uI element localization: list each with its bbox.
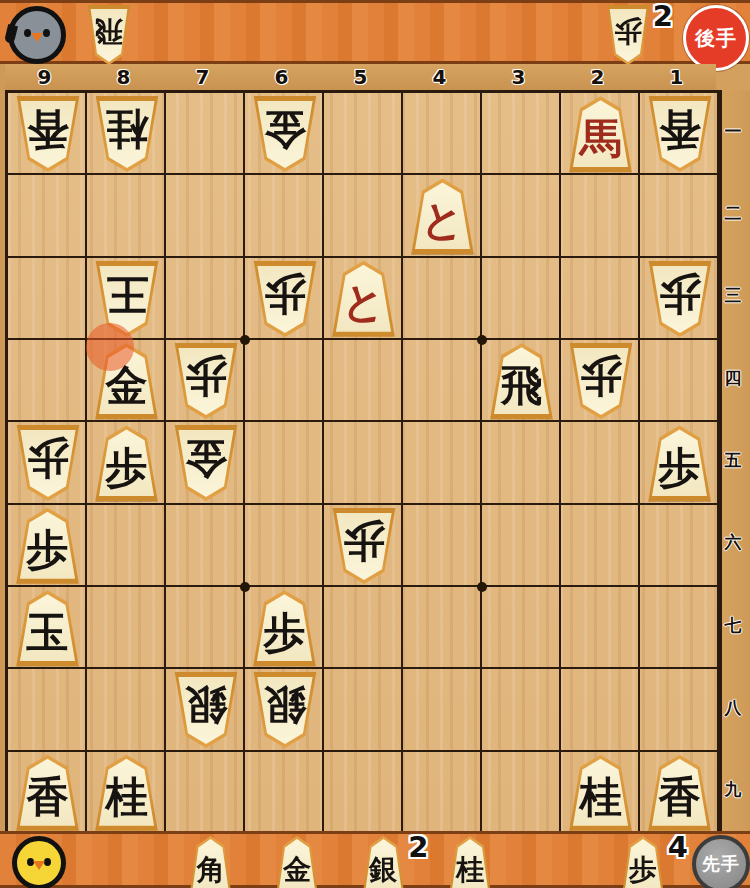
piece-glyph: 銀 — [251, 672, 319, 748]
piece-glyph: 飛 — [86, 5, 132, 65]
piece-歩-gote[interactable]: 歩 — [251, 261, 319, 337]
hoshi-dot — [240, 335, 250, 345]
piece-glyph: 歩 — [14, 425, 82, 501]
sente-hand-桂[interactable]: 桂 — [447, 836, 493, 888]
file-label-7: 7 — [163, 64, 242, 90]
square-45[interactable] — [403, 422, 482, 504]
sente-hand-歩[interactable]: 歩4 — [620, 836, 666, 888]
gote-avatar — [8, 6, 66, 64]
square-31[interactable] — [482, 93, 561, 175]
piece-金-gote[interactable]: 金 — [251, 96, 319, 172]
piece-glyph: と — [409, 178, 477, 254]
piece-glyph: 金 — [172, 425, 240, 501]
square-17[interactable] — [640, 587, 719, 669]
square-34[interactable]: 飛 — [482, 340, 561, 422]
square-79[interactable] — [166, 752, 245, 834]
square-47[interactable] — [403, 587, 482, 669]
piece-glyph: 金 — [93, 343, 161, 419]
piece-王-gote[interactable]: 王 — [93, 261, 161, 337]
square-87[interactable] — [87, 587, 166, 669]
sente-hand-銀[interactable]: 銀2 — [361, 836, 407, 888]
square-78[interactable]: 銀 — [166, 669, 245, 751]
sente-hand-金[interactable]: 金 — [274, 836, 320, 888]
sente-avatar — [12, 836, 66, 888]
piece-glyph: 歩 — [567, 343, 635, 419]
square-75[interactable]: 金 — [166, 422, 245, 504]
piece-glyph: 歩 — [14, 508, 82, 584]
square-57[interactable] — [324, 587, 403, 669]
square-18[interactable] — [640, 669, 719, 751]
square-37[interactable] — [482, 587, 561, 669]
piece-と-sente[interactable]: と — [330, 261, 398, 337]
piece-glyph: 桂 — [93, 96, 161, 172]
file-label-3: 3 — [479, 64, 558, 90]
file-labels: 987654321 — [5, 64, 716, 90]
square-42[interactable]: と — [403, 175, 482, 257]
square-53[interactable]: と — [324, 258, 403, 340]
square-85[interactable]: 歩 — [87, 422, 166, 504]
square-27[interactable] — [561, 587, 640, 669]
piece-金-sente[interactable]: 金 — [274, 836, 320, 888]
piece-glyph: 香 — [14, 96, 82, 172]
piece-飛-gote[interactable]: 飛 — [86, 5, 132, 65]
piece-glyph: 香 — [646, 96, 714, 172]
square-82[interactable] — [87, 175, 166, 257]
square-35[interactable] — [482, 422, 561, 504]
file-label-5: 5 — [321, 64, 400, 90]
piece-飛-sente[interactable]: 飛 — [488, 343, 556, 419]
file-label-4: 4 — [400, 64, 479, 90]
square-44[interactable] — [403, 340, 482, 422]
piece-桂-sente[interactable]: 桂 — [447, 836, 493, 888]
square-96[interactable]: 歩 — [8, 505, 87, 587]
shogi-board: 香桂金馬香と王歩と歩金歩飛歩歩歩金歩歩歩玉歩銀銀香桂桂香 — [5, 90, 722, 837]
square-19[interactable]: 香 — [640, 752, 719, 834]
file-label-9: 9 — [5, 64, 84, 90]
piece-glyph: 金 — [274, 836, 320, 888]
piece-glyph: 王 — [93, 261, 161, 337]
square-58[interactable] — [324, 669, 403, 751]
sente-panel: 角金銀2桂歩4 先手 — [0, 831, 750, 888]
sente-hand-角[interactable]: 角 — [188, 836, 234, 888]
piece-桂-sente[interactable]: 桂 — [567, 755, 635, 831]
square-94[interactable] — [8, 340, 87, 422]
piece-歩-sente[interactable]: 歩 — [14, 508, 82, 584]
square-36[interactable] — [482, 505, 561, 587]
square-14[interactable] — [640, 340, 719, 422]
square-88[interactable] — [87, 669, 166, 751]
square-51[interactable] — [324, 93, 403, 175]
square-74[interactable]: 歩 — [166, 340, 245, 422]
square-26[interactable] — [561, 505, 640, 587]
piece-glyph: 香 — [646, 755, 714, 831]
square-13[interactable]: 歩 — [640, 258, 719, 340]
square-49[interactable] — [403, 752, 482, 834]
square-91[interactable]: 香 — [8, 93, 87, 175]
file-label-8: 8 — [84, 64, 163, 90]
piece-glyph: 桂 — [447, 836, 493, 888]
piece-歩-gote[interactable]: 歩 — [567, 343, 635, 419]
piece-香-sente[interactable]: 香 — [14, 755, 82, 831]
piece-glyph: 飛 — [488, 343, 556, 419]
square-61[interactable]: 金 — [245, 93, 324, 175]
piece-glyph: 銀 — [172, 672, 240, 748]
square-83[interactable]: 王 — [87, 258, 166, 340]
piece-桂-gote[interactable]: 桂 — [93, 96, 161, 172]
piece-glyph: 歩 — [172, 343, 240, 419]
piece-歩-gote[interactable]: 歩 — [172, 343, 240, 419]
square-23[interactable] — [561, 258, 640, 340]
gote-hand-飛[interactable]: 飛 — [86, 5, 132, 65]
square-12[interactable] — [640, 175, 719, 257]
piece-glyph: 歩 — [330, 508, 398, 584]
gote-panel: 飛歩2 後手 — [0, 0, 750, 64]
square-39[interactable] — [482, 752, 561, 834]
piece-glyph: 歩 — [605, 5, 651, 65]
piece-と-sente[interactable]: と — [409, 178, 477, 254]
hoshi-dot — [477, 582, 487, 592]
square-48[interactable] — [403, 669, 482, 751]
square-15[interactable]: 歩 — [640, 422, 719, 504]
piece-馬-sente[interactable]: 馬 — [567, 96, 635, 172]
file-label-6: 6 — [242, 64, 321, 90]
square-84[interactable]: 金 — [87, 340, 166, 422]
square-76[interactable] — [166, 505, 245, 587]
square-68[interactable]: 銀 — [245, 669, 324, 751]
piece-桂-sente[interactable]: 桂 — [93, 755, 161, 831]
square-92[interactable] — [8, 175, 87, 257]
piece-金-sente[interactable]: 金 — [93, 343, 161, 419]
piece-歩-gote[interactable]: 歩 — [646, 261, 714, 337]
square-67[interactable]: 歩 — [245, 587, 324, 669]
square-54[interactable] — [324, 340, 403, 422]
piece-glyph: 角 — [188, 836, 234, 888]
square-16[interactable] — [640, 505, 719, 587]
piece-香-gote[interactable]: 香 — [14, 96, 82, 172]
shogi-app-screen: 飛歩2 後手 987654321 一二三四五六七八九 香桂金馬香と王歩と歩金歩飛… — [0, 0, 750, 888]
square-95[interactable]: 歩 — [8, 422, 87, 504]
square-32[interactable] — [482, 175, 561, 257]
piece-歩-gote[interactable]: 歩 — [14, 425, 82, 501]
square-89[interactable]: 桂 — [87, 752, 166, 834]
square-21[interactable]: 馬 — [561, 93, 640, 175]
piece-銀-sente[interactable]: 銀 — [361, 836, 407, 888]
square-73[interactable] — [166, 258, 245, 340]
piece-glyph: 歩 — [251, 261, 319, 337]
piece-glyph: 玉 — [14, 590, 82, 666]
square-62[interactable] — [245, 175, 324, 257]
board-cells: 香桂金馬香と王歩と歩金歩飛歩歩歩金歩歩歩玉歩銀銀香桂桂香 — [8, 93, 719, 834]
square-29[interactable]: 桂 — [561, 752, 640, 834]
piece-glyph: 歩 — [620, 836, 666, 888]
piece-glyph: と — [330, 261, 398, 337]
square-63[interactable]: 歩 — [245, 258, 324, 340]
square-97[interactable]: 玉 — [8, 587, 87, 669]
square-86[interactable] — [87, 505, 166, 587]
piece-金-gote[interactable]: 金 — [172, 425, 240, 501]
piece-glyph: 金 — [251, 96, 319, 172]
piece-角-sente[interactable]: 角 — [188, 836, 234, 888]
square-93[interactable] — [8, 258, 87, 340]
square-11[interactable]: 香 — [640, 93, 719, 175]
hoshi-dot — [477, 335, 487, 345]
piece-銀-gote[interactable]: 銀 — [251, 672, 319, 748]
square-77[interactable] — [166, 587, 245, 669]
hoshi-dot — [240, 582, 250, 592]
square-66[interactable] — [245, 505, 324, 587]
square-71[interactable] — [166, 93, 245, 175]
piece-glyph: 銀 — [361, 836, 407, 888]
piece-歩-sente[interactable]: 歩 — [93, 425, 161, 501]
square-52[interactable] — [324, 175, 403, 257]
piece-glyph: 歩 — [93, 425, 161, 501]
square-55[interactable] — [324, 422, 403, 504]
piece-glyph: 香 — [14, 755, 82, 831]
square-28[interactable] — [561, 669, 640, 751]
square-65[interactable] — [245, 422, 324, 504]
square-56[interactable]: 歩 — [324, 505, 403, 587]
file-label-1: 1 — [637, 64, 716, 90]
avatar-eye-icon — [43, 29, 50, 37]
piece-glyph: 桂 — [567, 755, 635, 831]
gote-hand-歩[interactable]: 歩2 — [605, 5, 651, 65]
sente-hand-count-銀: 2 — [408, 830, 428, 864]
piece-歩-gote[interactable]: 歩 — [330, 508, 398, 584]
square-24[interactable]: 歩 — [561, 340, 640, 422]
piece-歩-sente[interactable]: 歩 — [251, 590, 319, 666]
sente-turn-badge: 先手 — [692, 835, 750, 888]
piece-glyph: 歩 — [646, 261, 714, 337]
piece-glyph: 桂 — [93, 755, 161, 831]
square-46[interactable] — [403, 505, 482, 587]
square-69[interactable] — [245, 752, 324, 834]
piece-glyph: 歩 — [251, 590, 319, 666]
piece-歩-gote[interactable]: 歩 — [605, 5, 651, 65]
piece-香-gote[interactable]: 香 — [646, 96, 714, 172]
square-25[interactable] — [561, 422, 640, 504]
square-59[interactable] — [324, 752, 403, 834]
avatar-eye-icon — [24, 29, 31, 37]
piece-歩-sente[interactable]: 歩 — [646, 425, 714, 501]
square-33[interactable] — [482, 258, 561, 340]
avatar-beak-icon — [31, 33, 43, 42]
gote-hand-count-歩: 2 — [653, 0, 673, 33]
avatar-eye-icon — [44, 858, 51, 866]
square-81[interactable]: 桂 — [87, 93, 166, 175]
square-41[interactable] — [403, 93, 482, 175]
square-22[interactable] — [561, 175, 640, 257]
square-98[interactable] — [8, 669, 87, 751]
piece-香-sente[interactable]: 香 — [646, 755, 714, 831]
gote-turn-badge: 後手 — [683, 5, 749, 71]
piece-銀-gote[interactable]: 銀 — [172, 672, 240, 748]
square-38[interactable] — [482, 669, 561, 751]
square-99[interactable]: 香 — [8, 752, 87, 834]
piece-glyph: 馬 — [567, 96, 635, 172]
piece-glyph: 歩 — [646, 425, 714, 501]
square-64[interactable] — [245, 340, 324, 422]
sente-hand-count-歩: 4 — [668, 830, 688, 864]
avatar-beak-icon — [33, 861, 45, 870]
square-43[interactable] — [403, 258, 482, 340]
piece-歩-sente[interactable]: 歩 — [620, 836, 666, 888]
square-72[interactable] — [166, 175, 245, 257]
file-label-2: 2 — [558, 64, 637, 90]
piece-玉-sente[interactable]: 玉 — [14, 590, 82, 666]
